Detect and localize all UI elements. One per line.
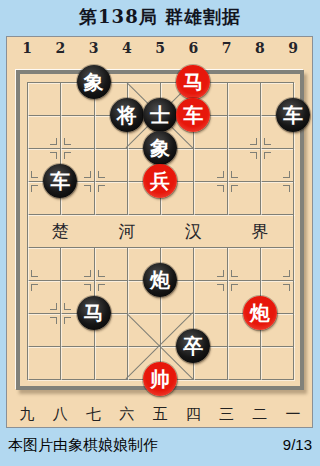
piece-black-pawn: 卒 (176, 329, 210, 363)
top-coord-label: 1 (22, 40, 32, 56)
piece-black-advisor: 士 (143, 98, 177, 132)
piece-black-chariot: 车 (276, 98, 310, 132)
piece-red-chariot: 车 (176, 98, 210, 132)
position-marker (31, 284, 38, 291)
top-coord-label: 5 (155, 40, 165, 56)
position-marker (250, 152, 257, 159)
piece-red-horse: 马 (176, 65, 210, 99)
position-marker (283, 171, 290, 178)
position-marker (231, 270, 238, 277)
position-marker (217, 171, 224, 178)
position-marker (98, 270, 105, 277)
piece-black-elephant: 象 (143, 131, 177, 165)
river-label: 河 (118, 220, 135, 243)
grid-line (27, 214, 294, 215)
bottom-coord-label: 八 (53, 406, 68, 422)
grid-line (227, 82, 228, 214)
bottom-coord-label: 五 (153, 406, 168, 422)
puzzle-title: 第138局 群雄割据 (0, 5, 320, 29)
grid-line (27, 82, 28, 379)
position-marker (84, 270, 91, 277)
grid-line (227, 247, 228, 379)
position-marker (98, 185, 105, 192)
top-coord-label: 2 (55, 40, 65, 56)
bottom-coord-label: 三 (219, 406, 234, 422)
grid-line (260, 82, 261, 214)
position-marker (283, 284, 290, 291)
position-marker (31, 185, 38, 192)
position-marker (217, 185, 224, 192)
xiangqi-puzzle-page: 第138局 群雄割据 123456789九八七六五四三二一楚河汉界象马将士车车象… (0, 0, 320, 466)
river-label: 楚 (52, 220, 69, 243)
grid-line (60, 247, 61, 379)
piece-red-cannon: 炮 (243, 296, 277, 330)
position-marker (231, 284, 238, 291)
position-marker (84, 171, 91, 178)
position-marker (250, 138, 257, 145)
river-label: 汉 (185, 220, 202, 243)
position-marker (283, 185, 290, 192)
position-marker (217, 270, 224, 277)
bottom-coord-label: 七 (86, 406, 101, 422)
position-marker (283, 270, 290, 277)
top-coord-label: 3 (89, 40, 99, 56)
position-marker (217, 284, 224, 291)
position-marker (31, 270, 38, 277)
position-marker (64, 152, 71, 159)
piece-black-general: 将 (110, 98, 144, 132)
river-label: 界 (251, 220, 268, 243)
piece-black-cannon: 炮 (143, 263, 177, 297)
top-coord-label: 9 (288, 40, 298, 56)
piece-black-horse: 马 (77, 296, 111, 330)
position-marker (50, 138, 57, 145)
credit-text: 本图片由象棋娘娘制作 (8, 436, 158, 455)
top-coord-label: 8 (255, 40, 265, 56)
top-coord-label: 4 (122, 40, 132, 56)
piece-red-general: 帅 (143, 362, 177, 396)
grid-line (94, 82, 95, 214)
top-coord-label: 7 (222, 40, 232, 56)
position-marker (84, 284, 91, 291)
bottom-coord-label: 四 (186, 406, 201, 422)
position-marker (50, 303, 57, 310)
top-coord-label: 6 (188, 40, 198, 56)
bottom-coord-label: 九 (20, 406, 35, 422)
position-marker (31, 171, 38, 178)
position-marker (98, 284, 105, 291)
bottom-coord-label: 二 (252, 406, 267, 422)
position-marker (64, 317, 71, 324)
piece-black-chariot: 车 (43, 164, 77, 198)
position-marker (231, 185, 238, 192)
position-marker (98, 171, 105, 178)
position-marker (264, 152, 271, 159)
position-marker (64, 303, 71, 310)
bottom-coord-label: 六 (119, 406, 134, 422)
position-marker (231, 171, 238, 178)
position-marker (64, 138, 71, 145)
piece-black-elephant: 象 (77, 65, 111, 99)
position-marker (50, 317, 57, 324)
position-marker (50, 152, 57, 159)
position-marker (264, 138, 271, 145)
piece-red-pawn: 兵 (143, 164, 177, 198)
bottom-coord-label: 一 (286, 406, 301, 422)
page-indicator: 9/13 (283, 436, 312, 453)
position-marker (84, 185, 91, 192)
